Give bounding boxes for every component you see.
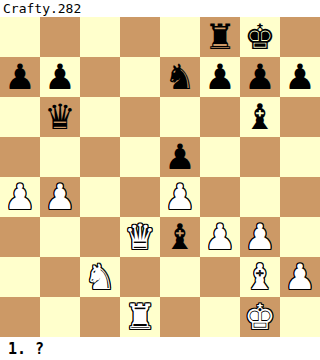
square-e3[interactable]: ♝ xyxy=(160,217,200,257)
square-a5[interactable] xyxy=(0,137,40,177)
square-d8[interactable] xyxy=(120,17,160,57)
square-b5[interactable] xyxy=(40,137,80,177)
square-c7[interactable] xyxy=(80,57,120,97)
piece-white-pawn: ♟ xyxy=(160,177,200,217)
piece-white-bishop: ♝ xyxy=(240,257,280,297)
square-d7[interactable] xyxy=(120,57,160,97)
square-b8[interactable] xyxy=(40,17,80,57)
square-f6[interactable] xyxy=(200,97,240,137)
square-b1[interactable] xyxy=(40,297,80,337)
square-h7[interactable]: ♟ xyxy=(280,57,320,97)
piece-black-knight: ♞ xyxy=(160,57,200,97)
piece-white-knight: ♞ xyxy=(80,257,120,297)
window-title: Crafty.282 xyxy=(0,0,320,17)
piece-white-pawn: ♟ xyxy=(40,177,80,217)
square-h1[interactable] xyxy=(280,297,320,337)
square-h4[interactable] xyxy=(280,177,320,217)
square-c6[interactable] xyxy=(80,97,120,137)
square-e1[interactable] xyxy=(160,297,200,337)
square-g8[interactable]: ♚ xyxy=(240,17,280,57)
square-c8[interactable] xyxy=(80,17,120,57)
move-prompt: 1. ? xyxy=(0,337,320,357)
piece-black-bishop: ♝ xyxy=(160,217,200,257)
square-b4[interactable]: ♟ xyxy=(40,177,80,217)
square-g1[interactable]: ♚ xyxy=(240,297,280,337)
square-a3[interactable] xyxy=(0,217,40,257)
square-h2[interactable]: ♟ xyxy=(280,257,320,297)
square-e8[interactable] xyxy=(160,17,200,57)
piece-black-pawn: ♟ xyxy=(200,57,240,97)
square-f3[interactable]: ♟ xyxy=(200,217,240,257)
square-d3[interactable]: ♛ xyxy=(120,217,160,257)
square-c3[interactable] xyxy=(80,217,120,257)
square-f1[interactable] xyxy=(200,297,240,337)
piece-black-pawn: ♟ xyxy=(40,57,80,97)
piece-white-rook: ♜ xyxy=(120,297,160,337)
piece-white-queen: ♛ xyxy=(120,217,160,257)
square-a6[interactable] xyxy=(0,97,40,137)
square-d2[interactable] xyxy=(120,257,160,297)
square-g3[interactable]: ♟ xyxy=(240,217,280,257)
square-h5[interactable] xyxy=(280,137,320,177)
square-f4[interactable] xyxy=(200,177,240,217)
square-d4[interactable] xyxy=(120,177,160,217)
square-g7[interactable]: ♟ xyxy=(240,57,280,97)
square-h3[interactable] xyxy=(280,217,320,257)
piece-white-pawn: ♟ xyxy=(0,177,40,217)
square-g2[interactable]: ♝ xyxy=(240,257,280,297)
square-d5[interactable] xyxy=(120,137,160,177)
square-g4[interactable] xyxy=(240,177,280,217)
square-f7[interactable]: ♟ xyxy=(200,57,240,97)
square-f8[interactable]: ♜ xyxy=(200,17,240,57)
square-a4[interactable]: ♟ xyxy=(0,177,40,217)
piece-black-pawn: ♟ xyxy=(240,57,280,97)
square-a7[interactable]: ♟ xyxy=(0,57,40,97)
piece-black-pawn: ♟ xyxy=(0,57,40,97)
square-h8[interactable] xyxy=(280,17,320,57)
square-e4[interactable]: ♟ xyxy=(160,177,200,217)
square-g5[interactable] xyxy=(240,137,280,177)
piece-black-pawn: ♟ xyxy=(160,137,200,177)
piece-black-pawn: ♟ xyxy=(280,57,320,97)
square-b6[interactable]: ♛ xyxy=(40,97,80,137)
square-f5[interactable] xyxy=(200,137,240,177)
piece-black-bishop: ♝ xyxy=(240,97,280,137)
square-b3[interactable] xyxy=(40,217,80,257)
square-e7[interactable]: ♞ xyxy=(160,57,200,97)
square-c2[interactable]: ♞ xyxy=(80,257,120,297)
square-b7[interactable]: ♟ xyxy=(40,57,80,97)
square-e6[interactable] xyxy=(160,97,200,137)
piece-white-pawn: ♟ xyxy=(200,217,240,257)
chess-board: ♜♚♟♟♞♟♟♟♛♝♟♟♟♟♛♝♟♟♞♝♟♜♚ xyxy=(0,17,320,337)
square-d6[interactable] xyxy=(120,97,160,137)
square-g6[interactable]: ♝ xyxy=(240,97,280,137)
square-c5[interactable] xyxy=(80,137,120,177)
piece-white-king: ♚ xyxy=(240,297,280,337)
square-b2[interactable] xyxy=(40,257,80,297)
square-a2[interactable] xyxy=(0,257,40,297)
square-c1[interactable] xyxy=(80,297,120,337)
square-c4[interactable] xyxy=(80,177,120,217)
square-h6[interactable] xyxy=(280,97,320,137)
piece-white-pawn: ♟ xyxy=(240,217,280,257)
piece-black-queen: ♛ xyxy=(40,97,80,137)
square-e5[interactable]: ♟ xyxy=(160,137,200,177)
square-a1[interactable] xyxy=(0,297,40,337)
square-a8[interactable] xyxy=(0,17,40,57)
square-e2[interactable] xyxy=(160,257,200,297)
square-f2[interactable] xyxy=(200,257,240,297)
piece-black-rook: ♜ xyxy=(200,17,240,57)
square-d1[interactable]: ♜ xyxy=(120,297,160,337)
piece-white-pawn: ♟ xyxy=(280,257,320,297)
piece-black-king: ♚ xyxy=(240,17,280,57)
